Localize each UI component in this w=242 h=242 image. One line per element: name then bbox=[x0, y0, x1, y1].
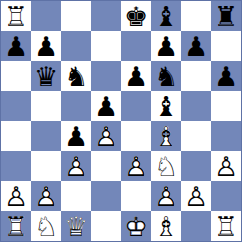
piece-white-N-fill: ♞ bbox=[31, 211, 61, 241]
piece-black-K: ♚ bbox=[121, 1, 151, 31]
square-f5[interactable]: ♝ bbox=[151, 91, 181, 121]
square-c6[interactable]: ♞ bbox=[61, 61, 91, 91]
piece-white-P: ♙ bbox=[31, 181, 61, 211]
square-h5[interactable] bbox=[211, 91, 241, 121]
square-a7[interactable]: ♟ bbox=[1, 31, 31, 61]
piece-black-P: ♟ bbox=[91, 91, 121, 121]
square-h6[interactable]: ♟ bbox=[211, 61, 241, 91]
square-h7[interactable] bbox=[211, 31, 241, 61]
square-c7[interactable] bbox=[61, 31, 91, 61]
square-a8[interactable]: ♜♖ bbox=[1, 1, 31, 31]
piece-white-R-fill: ♜ bbox=[1, 211, 31, 241]
piece-white-Q: ♕ bbox=[61, 211, 91, 241]
piece-black-N: ♞ bbox=[61, 61, 91, 91]
square-a2[interactable]: ♟♙ bbox=[1, 181, 31, 211]
square-g8[interactable] bbox=[181, 1, 211, 31]
square-b3[interactable] bbox=[31, 151, 61, 181]
piece-black-P: ♟ bbox=[181, 31, 211, 61]
square-e7[interactable] bbox=[121, 31, 151, 61]
square-b2[interactable]: ♟♙ bbox=[31, 181, 61, 211]
piece-white-R-fill: ♜ bbox=[211, 211, 241, 241]
piece-white-P-fill: ♟ bbox=[91, 121, 121, 151]
square-c4[interactable]: ♟ bbox=[61, 121, 91, 151]
square-g2[interactable]: ♟♙ bbox=[181, 181, 211, 211]
square-b4[interactable] bbox=[31, 121, 61, 151]
square-d8[interactable] bbox=[91, 1, 121, 31]
square-e1[interactable]: ♚♔ bbox=[121, 211, 151, 241]
piece-white-P: ♙ bbox=[151, 181, 181, 211]
piece-black-B: ♝ bbox=[151, 1, 181, 31]
square-e8[interactable]: ♚ bbox=[121, 1, 151, 31]
piece-white-P: ♙ bbox=[1, 181, 31, 211]
piece-white-P: ♙ bbox=[61, 151, 91, 181]
piece-white-R: ♖ bbox=[1, 1, 31, 31]
square-a4[interactable] bbox=[1, 121, 31, 151]
square-h4[interactable] bbox=[211, 121, 241, 151]
square-h1[interactable]: ♜♖ bbox=[211, 211, 241, 241]
square-d2[interactable] bbox=[91, 181, 121, 211]
piece-white-K: ♔ bbox=[121, 211, 151, 241]
square-e5[interactable] bbox=[121, 91, 151, 121]
piece-white-B-fill: ♝ bbox=[151, 211, 181, 241]
piece-black-P: ♟ bbox=[211, 61, 241, 91]
piece-white-P-fill: ♟ bbox=[121, 151, 151, 181]
square-g4[interactable] bbox=[181, 121, 211, 151]
square-a5[interactable] bbox=[1, 91, 31, 121]
square-g3[interactable] bbox=[181, 151, 211, 181]
square-c2[interactable] bbox=[61, 181, 91, 211]
piece-black-B: ♝ bbox=[151, 91, 181, 121]
chess-board-container: ♜♖♚♝♜♟♟♟♟♛♞♟♞♟♟♝♟♟♙♝♗♟♙♟♙♞♘♟♙♟♙♟♙♟♙♟♙♜♖♞… bbox=[0, 0, 242, 242]
piece-black-P: ♟ bbox=[151, 31, 181, 61]
square-c8[interactable] bbox=[61, 1, 91, 31]
square-e6[interactable]: ♟ bbox=[121, 61, 151, 91]
square-g5[interactable] bbox=[181, 91, 211, 121]
piece-black-R: ♜ bbox=[211, 1, 241, 31]
square-f4[interactable]: ♝♗ bbox=[151, 121, 181, 151]
square-d4[interactable]: ♟♙ bbox=[91, 121, 121, 151]
square-g6[interactable] bbox=[181, 61, 211, 91]
square-g1[interactable] bbox=[181, 211, 211, 241]
piece-white-P-fill: ♟ bbox=[181, 181, 211, 211]
piece-white-P: ♙ bbox=[121, 151, 151, 181]
square-a1[interactable]: ♜♖ bbox=[1, 211, 31, 241]
square-f3[interactable]: ♞♘ bbox=[151, 151, 181, 181]
square-b7[interactable]: ♟ bbox=[31, 31, 61, 61]
piece-white-P: ♙ bbox=[211, 151, 241, 181]
piece-white-P: ♙ bbox=[181, 181, 211, 211]
piece-white-R: ♖ bbox=[211, 211, 241, 241]
square-h8[interactable]: ♜ bbox=[211, 1, 241, 31]
square-b5[interactable] bbox=[31, 91, 61, 121]
piece-white-N: ♘ bbox=[151, 151, 181, 181]
square-a6[interactable] bbox=[1, 61, 31, 91]
square-c3[interactable]: ♟♙ bbox=[61, 151, 91, 181]
piece-white-P: ♙ bbox=[91, 121, 121, 151]
square-c5[interactable] bbox=[61, 91, 91, 121]
square-h2[interactable] bbox=[211, 181, 241, 211]
piece-white-Q-fill: ♛ bbox=[61, 211, 91, 241]
piece-white-K-fill: ♚ bbox=[121, 211, 151, 241]
square-e4[interactable] bbox=[121, 121, 151, 151]
piece-black-P: ♟ bbox=[1, 31, 31, 61]
square-e3[interactable]: ♟♙ bbox=[121, 151, 151, 181]
piece-white-R: ♖ bbox=[1, 211, 31, 241]
square-d6[interactable] bbox=[91, 61, 121, 91]
square-b8[interactable] bbox=[31, 1, 61, 31]
piece-black-Q: ♛ bbox=[31, 61, 61, 91]
piece-white-P-fill: ♟ bbox=[211, 151, 241, 181]
square-f8[interactable]: ♝ bbox=[151, 1, 181, 31]
piece-white-P-fill: ♟ bbox=[31, 181, 61, 211]
square-d3[interactable] bbox=[91, 151, 121, 181]
piece-white-B-fill: ♝ bbox=[151, 121, 181, 151]
square-d7[interactable] bbox=[91, 31, 121, 61]
square-d5[interactable]: ♟ bbox=[91, 91, 121, 121]
piece-black-P: ♟ bbox=[121, 61, 151, 91]
square-g7[interactable]: ♟ bbox=[181, 31, 211, 61]
piece-white-P-fill: ♟ bbox=[1, 181, 31, 211]
piece-black-N: ♞ bbox=[151, 61, 181, 91]
square-c1[interactable]: ♛♕ bbox=[61, 211, 91, 241]
chess-board: ♜♖♚♝♜♟♟♟♟♛♞♟♞♟♟♝♟♟♙♝♗♟♙♟♙♞♘♟♙♟♙♟♙♟♙♟♙♜♖♞… bbox=[0, 0, 242, 242]
piece-black-P: ♟ bbox=[31, 31, 61, 61]
piece-white-R-fill: ♜ bbox=[1, 1, 31, 31]
square-h3[interactable]: ♟♙ bbox=[211, 151, 241, 181]
square-a3[interactable] bbox=[1, 151, 31, 181]
square-b1[interactable]: ♞♘ bbox=[31, 211, 61, 241]
piece-white-N: ♘ bbox=[31, 211, 61, 241]
square-f6[interactable]: ♞ bbox=[151, 61, 181, 91]
piece-white-P-fill: ♟ bbox=[61, 151, 91, 181]
piece-black-P: ♟ bbox=[61, 121, 91, 151]
piece-white-P-fill: ♟ bbox=[151, 181, 181, 211]
square-f1[interactable]: ♝♗ bbox=[151, 211, 181, 241]
square-b6[interactable]: ♛ bbox=[31, 61, 61, 91]
square-e2[interactable] bbox=[121, 181, 151, 211]
square-f7[interactable]: ♟ bbox=[151, 31, 181, 61]
square-f2[interactable]: ♟♙ bbox=[151, 181, 181, 211]
piece-white-N-fill: ♞ bbox=[151, 151, 181, 181]
square-d1[interactable] bbox=[91, 211, 121, 241]
piece-white-B: ♗ bbox=[151, 121, 181, 151]
piece-white-B: ♗ bbox=[151, 211, 181, 241]
